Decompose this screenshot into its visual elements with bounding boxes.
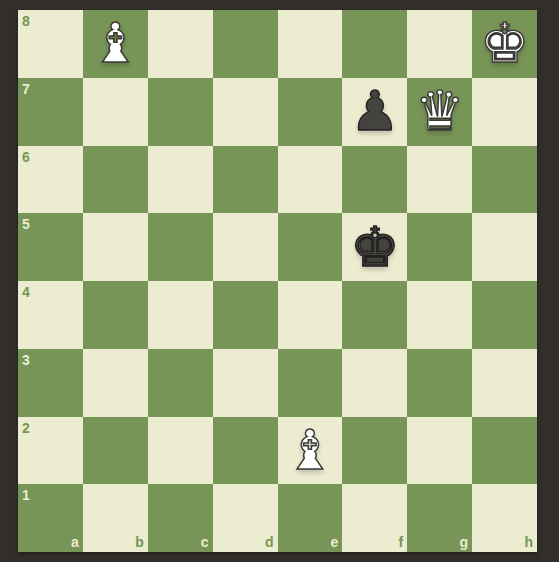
square-g3[interactable]: [407, 349, 472, 417]
square-g4[interactable]: [407, 281, 472, 349]
square-c2[interactable]: [148, 417, 213, 485]
rank-label-5: 5: [22, 217, 30, 231]
square-f7[interactable]: ♟: [342, 78, 407, 146]
square-g2[interactable]: [407, 417, 472, 485]
square-f1[interactable]: f: [342, 484, 407, 552]
square-d4[interactable]: [213, 281, 278, 349]
square-b2[interactable]: [83, 417, 148, 485]
square-d7[interactable]: [213, 78, 278, 146]
square-e6[interactable]: [278, 146, 343, 214]
square-e3[interactable]: [278, 349, 343, 417]
square-b1[interactable]: b: [83, 484, 148, 552]
square-f4[interactable]: [342, 281, 407, 349]
white-queen-piece[interactable]: ♛: [415, 84, 464, 139]
square-e7[interactable]: [278, 78, 343, 146]
rank-label-4: 4: [22, 285, 30, 299]
square-a4[interactable]: 4: [18, 281, 83, 349]
square-h1[interactable]: h: [472, 484, 537, 552]
square-h6[interactable]: [472, 146, 537, 214]
square-h7[interactable]: [472, 78, 537, 146]
file-label-c: c: [201, 535, 209, 549]
chess-board: 8♝♚7♟♛65♚432♝1abcdefgh: [18, 10, 537, 552]
square-g7[interactable]: ♛: [407, 78, 472, 146]
rank-label-7: 7: [22, 82, 30, 96]
square-g6[interactable]: [407, 146, 472, 214]
square-a6[interactable]: 6: [18, 146, 83, 214]
square-e5[interactable]: [278, 213, 343, 281]
file-label-a: a: [71, 535, 79, 549]
square-c3[interactable]: [148, 349, 213, 417]
rank-label-3: 3: [22, 353, 30, 367]
white-king-piece[interactable]: ♚: [480, 16, 529, 71]
file-label-e: e: [331, 535, 339, 549]
rank-label-6: 6: [22, 150, 30, 164]
board-frame: 8♝♚7♟♛65♚432♝1abcdefgh: [0, 0, 559, 562]
square-b6[interactable]: [83, 146, 148, 214]
file-label-d: d: [265, 535, 274, 549]
square-h5[interactable]: [472, 213, 537, 281]
square-a2[interactable]: 2: [18, 417, 83, 485]
white-bishop-piece[interactable]: ♝: [285, 423, 334, 478]
square-b4[interactable]: [83, 281, 148, 349]
square-d2[interactable]: [213, 417, 278, 485]
square-b5[interactable]: [83, 213, 148, 281]
square-g5[interactable]: [407, 213, 472, 281]
square-c5[interactable]: [148, 213, 213, 281]
square-g1[interactable]: g: [407, 484, 472, 552]
square-a7[interactable]: 7: [18, 78, 83, 146]
square-b8[interactable]: ♝: [83, 10, 148, 78]
square-a5[interactable]: 5: [18, 213, 83, 281]
file-label-f: f: [399, 535, 404, 549]
square-h4[interactable]: [472, 281, 537, 349]
square-c6[interactable]: [148, 146, 213, 214]
square-f5[interactable]: ♚: [342, 213, 407, 281]
square-h8[interactable]: ♚: [472, 10, 537, 78]
square-b3[interactable]: [83, 349, 148, 417]
square-f6[interactable]: [342, 146, 407, 214]
rank-label-1: 1: [22, 488, 30, 502]
square-h3[interactable]: [472, 349, 537, 417]
black-pawn-piece[interactable]: ♟: [350, 84, 399, 139]
square-c4[interactable]: [148, 281, 213, 349]
square-e4[interactable]: [278, 281, 343, 349]
file-label-b: b: [135, 535, 144, 549]
square-d5[interactable]: [213, 213, 278, 281]
black-king-piece[interactable]: ♚: [350, 220, 399, 275]
square-e8[interactable]: [278, 10, 343, 78]
file-label-h: h: [524, 535, 533, 549]
square-c7[interactable]: [148, 78, 213, 146]
square-d1[interactable]: d: [213, 484, 278, 552]
square-d6[interactable]: [213, 146, 278, 214]
square-g8[interactable]: [407, 10, 472, 78]
square-f3[interactable]: [342, 349, 407, 417]
square-e1[interactable]: e: [278, 484, 343, 552]
rank-label-8: 8: [22, 14, 30, 28]
file-label-g: g: [460, 535, 469, 549]
square-a1[interactable]: 1a: [18, 484, 83, 552]
square-b7[interactable]: [83, 78, 148, 146]
white-bishop-piece[interactable]: ♝: [91, 16, 140, 71]
square-a8[interactable]: 8: [18, 10, 83, 78]
square-d8[interactable]: [213, 10, 278, 78]
square-a3[interactable]: 3: [18, 349, 83, 417]
square-h2[interactable]: [472, 417, 537, 485]
square-e2[interactable]: ♝: [278, 417, 343, 485]
square-f8[interactable]: [342, 10, 407, 78]
square-f2[interactable]: [342, 417, 407, 485]
rank-label-2: 2: [22, 421, 30, 435]
square-d3[interactable]: [213, 349, 278, 417]
square-c8[interactable]: [148, 10, 213, 78]
square-c1[interactable]: c: [148, 484, 213, 552]
